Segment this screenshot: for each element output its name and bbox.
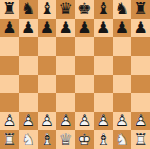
piece-white-pawn[interactable]: ♙♟ [96, 113, 110, 129]
square-f2[interactable]: ♙♟ [94, 112, 113, 131]
piece-white-fill: ♟ [2, 113, 16, 129]
square-a6[interactable] [0, 37, 19, 56]
square-g7[interactable]: ♟ [113, 19, 132, 38]
piece-white-fill: ♟ [115, 113, 129, 129]
piece-black-pawn[interactable]: ♟ [115, 20, 129, 36]
square-b5[interactable] [19, 56, 38, 75]
square-h3[interactable] [131, 93, 150, 112]
piece-white-fill: ♞ [21, 132, 35, 148]
piece-black-bishop[interactable]: ♝ [96, 1, 110, 17]
piece-white-knight[interactable]: ♘♞ [115, 132, 129, 148]
piece-white-fill: ♜ [133, 132, 147, 148]
square-h6[interactable] [131, 37, 150, 56]
square-d7[interactable]: ♟ [56, 19, 75, 38]
square-e2[interactable]: ♙♟ [75, 112, 94, 131]
square-f3[interactable] [94, 93, 113, 112]
square-d5[interactable] [56, 56, 75, 75]
piece-white-fill: ♟ [96, 113, 110, 129]
square-b7[interactable]: ♟ [19, 19, 38, 38]
piece-white-fill: ♝ [40, 132, 54, 148]
square-g3[interactable] [113, 93, 132, 112]
piece-white-pawn[interactable]: ♙♟ [115, 113, 129, 129]
square-c4[interactable] [38, 75, 57, 94]
square-h5[interactable] [131, 56, 150, 75]
square-d8[interactable]: ♛ [56, 0, 75, 19]
square-d2[interactable]: ♙♟ [56, 112, 75, 131]
square-g6[interactable] [113, 37, 132, 56]
square-c8[interactable]: ♝ [38, 0, 57, 19]
piece-white-pawn[interactable]: ♙♟ [2, 113, 16, 129]
piece-white-pawn[interactable]: ♙♟ [133, 113, 147, 129]
square-e1[interactable]: ♔♚ [75, 130, 94, 149]
square-f6[interactable] [94, 37, 113, 56]
square-c2[interactable]: ♙♟ [38, 112, 57, 131]
piece-white-queen[interactable]: ♕♛ [58, 132, 72, 148]
square-c5[interactable] [38, 56, 57, 75]
square-g5[interactable] [113, 56, 132, 75]
square-g4[interactable] [113, 75, 132, 94]
piece-white-pawn[interactable]: ♙♟ [58, 113, 72, 129]
piece-black-queen[interactable]: ♛ [58, 1, 72, 17]
square-f4[interactable] [94, 75, 113, 94]
piece-black-pawn[interactable]: ♟ [58, 20, 72, 36]
piece-white-bishop[interactable]: ♗♝ [96, 132, 110, 148]
square-e7[interactable]: ♟ [75, 19, 94, 38]
piece-white-fill: ♟ [133, 113, 147, 129]
square-e6[interactable] [75, 37, 94, 56]
square-f5[interactable] [94, 56, 113, 75]
square-h8[interactable]: ♜ [131, 0, 150, 19]
square-c7[interactable]: ♟ [38, 19, 57, 38]
square-g8[interactable]: ♞ [113, 0, 132, 19]
piece-white-king[interactable]: ♔♚ [77, 132, 91, 148]
piece-black-knight[interactable]: ♞ [115, 1, 129, 17]
square-c3[interactable] [38, 93, 57, 112]
piece-white-knight[interactable]: ♘♞ [21, 132, 35, 148]
piece-white-fill: ♝ [96, 132, 110, 148]
square-g2[interactable]: ♙♟ [113, 112, 132, 131]
square-a1[interactable]: ♖♜ [0, 130, 19, 149]
square-f7[interactable]: ♟ [94, 19, 113, 38]
piece-black-pawn[interactable]: ♟ [96, 20, 110, 36]
square-b2[interactable]: ♙♟ [19, 112, 38, 131]
square-f1[interactable]: ♗♝ [94, 130, 113, 149]
square-b3[interactable] [19, 93, 38, 112]
piece-white-pawn[interactable]: ♙♟ [40, 113, 54, 129]
piece-black-pawn[interactable]: ♟ [40, 20, 54, 36]
piece-black-knight[interactable]: ♞ [21, 1, 35, 17]
square-g1[interactable]: ♘♞ [113, 130, 132, 149]
piece-black-king[interactable]: ♚ [77, 1, 91, 17]
piece-black-rook[interactable]: ♜ [2, 1, 16, 17]
piece-white-fill: ♟ [21, 113, 35, 129]
square-a7[interactable]: ♟ [0, 19, 19, 38]
piece-black-pawn[interactable]: ♟ [133, 20, 147, 36]
square-a4[interactable] [0, 75, 19, 94]
chess-board: ♜♞♝♛♚♝♞♜♟♟♟♟♟♟♟♟♙♟♙♟♙♟♙♟♙♟♙♟♙♟♙♟♖♜♘♞♗♝♕♛… [0, 0, 150, 149]
square-e5[interactable] [75, 56, 94, 75]
square-h2[interactable]: ♙♟ [131, 112, 150, 131]
square-d3[interactable] [56, 93, 75, 112]
piece-black-bishop[interactable]: ♝ [40, 1, 54, 17]
square-c6[interactable] [38, 37, 57, 56]
piece-white-pawn[interactable]: ♙♟ [77, 113, 91, 129]
square-h7[interactable]: ♟ [131, 19, 150, 38]
piece-black-pawn[interactable]: ♟ [2, 20, 16, 36]
square-e8[interactable]: ♚ [75, 0, 94, 19]
piece-white-fill: ♞ [115, 132, 129, 148]
piece-white-pawn[interactable]: ♙♟ [21, 113, 35, 129]
square-b4[interactable] [19, 75, 38, 94]
piece-black-pawn[interactable]: ♟ [77, 20, 91, 36]
square-b1[interactable]: ♘♞ [19, 130, 38, 149]
square-h1[interactable]: ♖♜ [131, 130, 150, 149]
piece-white-fill: ♛ [58, 132, 72, 148]
square-a2[interactable]: ♙♟ [0, 112, 19, 131]
piece-white-rook[interactable]: ♖♜ [133, 132, 147, 148]
piece-white-fill: ♟ [58, 113, 72, 129]
square-d6[interactable] [56, 37, 75, 56]
square-a3[interactable] [0, 93, 19, 112]
square-e4[interactable] [75, 75, 94, 94]
piece-white-fill: ♟ [40, 113, 54, 129]
square-h4[interactable] [131, 75, 150, 94]
square-e3[interactable] [75, 93, 94, 112]
piece-black-pawn[interactable]: ♟ [21, 20, 35, 36]
square-b8[interactable]: ♞ [19, 0, 38, 19]
square-d4[interactable] [56, 75, 75, 94]
piece-white-fill: ♜ [2, 132, 16, 148]
square-c1[interactable]: ♗♝ [38, 130, 57, 149]
square-f8[interactable]: ♝ [94, 0, 113, 19]
square-a8[interactable]: ♜ [0, 0, 19, 19]
piece-white-bishop[interactable]: ♗♝ [40, 132, 54, 148]
square-b6[interactable] [19, 37, 38, 56]
piece-white-fill: ♚ [77, 132, 91, 148]
square-d1[interactable]: ♕♛ [56, 130, 75, 149]
piece-white-fill: ♟ [77, 113, 91, 129]
piece-white-rook[interactable]: ♖♜ [2, 132, 16, 148]
square-a5[interactable] [0, 56, 19, 75]
piece-black-rook[interactable]: ♜ [133, 1, 147, 17]
